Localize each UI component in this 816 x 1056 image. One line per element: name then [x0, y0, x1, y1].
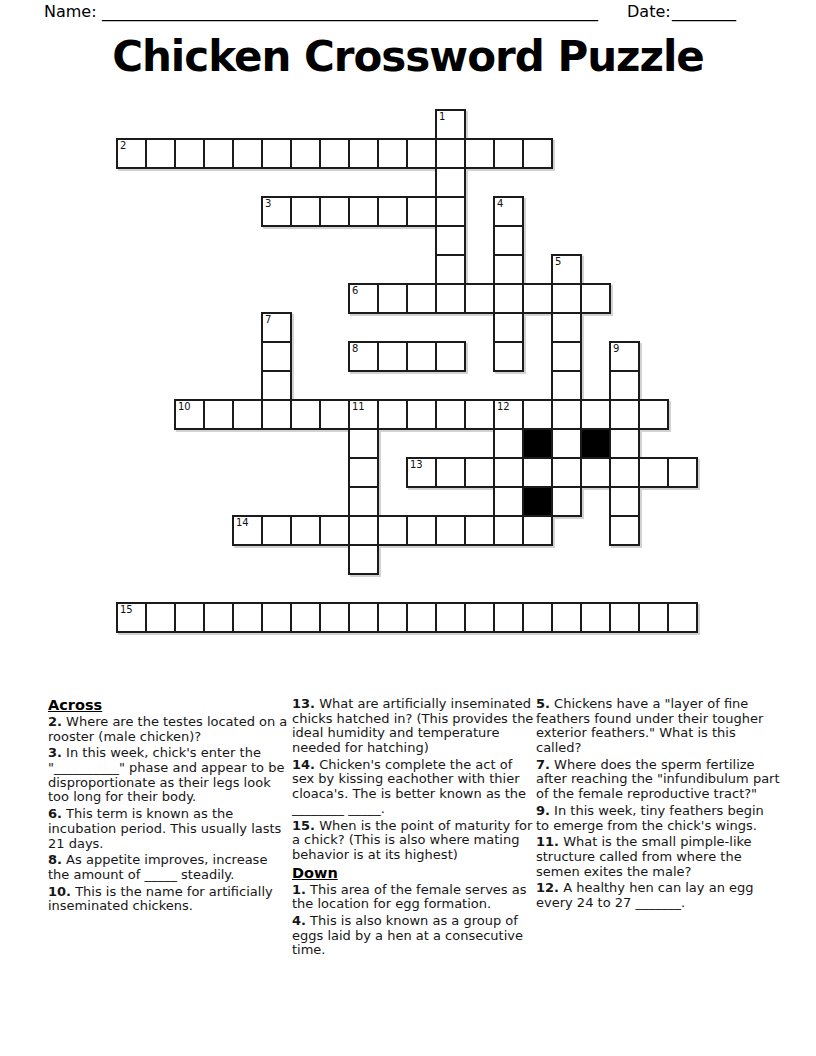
black-cell-r11c14: [522, 428, 553, 459]
cell-r17c7[interactable]: [319, 602, 350, 633]
cell-r10c11[interactable]: [435, 399, 466, 430]
cell-r12c8[interactable]: [348, 457, 379, 488]
crossword-grid: 123456789101112131415: [117, 110, 697, 632]
cell-r8c10[interactable]: [406, 341, 437, 372]
cell-r3c9[interactable]: [377, 196, 408, 227]
cell-r10c12[interactable]: [464, 399, 495, 430]
clue-down-4: 4. This is also known as a group of eggs…: [292, 914, 536, 958]
cell-r14c5[interactable]: [261, 515, 292, 546]
cell-r10c2[interactable]: 10: [174, 399, 205, 430]
clue-down-11: 11. What is the small pimple-like struct…: [536, 835, 780, 879]
cell-r6c12[interactable]: [464, 283, 495, 314]
cell-r17c3[interactable]: [203, 602, 234, 633]
cell-r12c19[interactable]: [667, 457, 698, 488]
clue-number-6: 6: [352, 285, 358, 296]
cell-r8c8[interactable]: 8: [348, 341, 379, 372]
clue-across-8: 8. As appetite improves, increase the am…: [48, 853, 292, 882]
cell-r14c4[interactable]: 14: [232, 515, 263, 546]
clue-number-15: 15: [120, 604, 133, 615]
cell-r1c12[interactable]: [464, 138, 495, 169]
clue-column-2: 13. What are artificially inseminated ch…: [292, 697, 536, 960]
page-title: Chicken Crossword Puzzle: [0, 32, 816, 81]
cell-r10c5[interactable]: [261, 399, 292, 430]
cell-r10c7[interactable]: [319, 399, 350, 430]
cell-r3c6[interactable]: [290, 196, 321, 227]
cell-r1c6[interactable]: [290, 138, 321, 169]
cell-r10c9[interactable]: [377, 399, 408, 430]
cell-r8c5[interactable]: [261, 341, 292, 372]
cell-r14c14[interactable]: [522, 515, 553, 546]
cell-r5c15[interactable]: 5: [551, 254, 582, 285]
cell-r17c1[interactable]: [145, 602, 176, 633]
clue-down-1: 1. This area of the female serves as the…: [292, 883, 536, 912]
cell-r1c8[interactable]: [348, 138, 379, 169]
cell-r14c11[interactable]: [435, 515, 466, 546]
cell-r3c5[interactable]: 3: [261, 196, 292, 227]
clue-number-1: 1: [439, 111, 445, 122]
cell-r1c0[interactable]: 2: [116, 138, 147, 169]
cell-r3c10[interactable]: [406, 196, 437, 227]
clue-column-1: Across2. Where are the testes located on…: [48, 697, 292, 916]
cell-r8c15[interactable]: [551, 341, 582, 372]
cell-r17c0[interactable]: 15: [116, 602, 147, 633]
cell-r1c13[interactable]: [493, 138, 524, 169]
cell-r5c11[interactable]: [435, 254, 466, 285]
cell-r12c17[interactable]: [609, 457, 640, 488]
date-blank-line[interactable]: ________: [672, 2, 736, 21]
cell-r10c10[interactable]: [406, 399, 437, 430]
clue-number-11: 11: [352, 401, 365, 412]
clue-across-10: 10. This is the name for artificially in…: [48, 885, 292, 914]
cell-r6c10[interactable]: [406, 283, 437, 314]
cell-r17c14[interactable]: [522, 602, 553, 633]
cell-r6c15[interactable]: [551, 283, 582, 314]
cell-r17c15[interactable]: [551, 602, 582, 633]
clue-across-2: 2. Where are the testes located on a roo…: [48, 715, 292, 744]
cell-r1c4[interactable]: [232, 138, 263, 169]
clue-across-3: 3. In this week, chick's enter the "____…: [48, 746, 292, 805]
cell-r10c14[interactable]: [522, 399, 553, 430]
cell-r2c11[interactable]: [435, 167, 466, 198]
cell-r12c14[interactable]: [522, 457, 553, 488]
clue-column-3: 5. Chickens have a "layer of fine feathe…: [536, 697, 780, 913]
cell-r17c12[interactable]: [464, 602, 495, 633]
clue-number-12: 12: [497, 401, 510, 412]
cell-r6c9[interactable]: [377, 283, 408, 314]
cell-r1c14[interactable]: [522, 138, 553, 169]
cell-r14c17[interactable]: [609, 515, 640, 546]
cell-r10c6[interactable]: [290, 399, 321, 430]
cell-r1c7[interactable]: [319, 138, 350, 169]
cell-r1c1[interactable]: [145, 138, 176, 169]
cell-r17c13[interactable]: [493, 602, 524, 633]
cell-r6c8[interactable]: 6: [348, 283, 379, 314]
clue-across-13: 13. What are artificially inseminated ch…: [292, 697, 536, 756]
cell-r1c11[interactable]: [435, 138, 466, 169]
cell-r3c8[interactable]: [348, 196, 379, 227]
cell-r0c11[interactable]: 1: [435, 109, 466, 140]
black-cell-r13c14: [522, 486, 553, 517]
cell-r10c16[interactable]: [580, 399, 611, 430]
date-label: Date:: [627, 2, 671, 21]
cell-r17c11[interactable]: [435, 602, 466, 633]
clue-number-14: 14: [236, 517, 249, 528]
cell-r7c15[interactable]: [551, 312, 582, 343]
cell-r6c16[interactable]: [580, 283, 611, 314]
cell-r9c17[interactable]: [609, 370, 640, 401]
cell-r6c14[interactable]: [522, 283, 553, 314]
cell-r12c11[interactable]: [435, 457, 466, 488]
cell-r17c18[interactable]: [638, 602, 669, 633]
cell-r1c5[interactable]: [261, 138, 292, 169]
clue-number-10: 10: [178, 401, 191, 412]
cell-r15c8[interactable]: [348, 544, 379, 575]
cell-r13c13[interactable]: [493, 486, 524, 517]
worksheet-page: Name: __________________________________…: [0, 0, 816, 1056]
cell-r10c17[interactable]: [609, 399, 640, 430]
cell-r14c12[interactable]: [464, 515, 495, 546]
cell-r17c6[interactable]: [290, 602, 321, 633]
cell-r11c13[interactable]: [493, 428, 524, 459]
cell-r13c17[interactable]: [609, 486, 640, 517]
cell-r13c8[interactable]: [348, 486, 379, 517]
cell-r17c10[interactable]: [406, 602, 437, 633]
clue-number-9: 9: [613, 343, 619, 354]
clue-number-2: 2: [120, 140, 126, 151]
cell-r8c9[interactable]: [377, 341, 408, 372]
cell-r11c17[interactable]: [609, 428, 640, 459]
clue-down-12: 12. A healthy hen can lay an egg every 2…: [536, 881, 780, 910]
cell-r14c7[interactable]: [319, 515, 350, 546]
cell-r11c15[interactable]: [551, 428, 582, 459]
cell-r10c8[interactable]: 11: [348, 399, 379, 430]
cell-r3c11[interactable]: [435, 196, 466, 227]
cell-r14c13[interactable]: [493, 515, 524, 546]
cell-r9c15[interactable]: [551, 370, 582, 401]
cell-r17c17[interactable]: [609, 602, 640, 633]
cell-r6c13[interactable]: [493, 283, 524, 314]
cell-r10c4[interactable]: [232, 399, 263, 430]
cell-r17c2[interactable]: [174, 602, 205, 633]
cell-r4c13[interactable]: [493, 225, 524, 256]
cell-r10c18[interactable]: [638, 399, 669, 430]
cell-r1c9[interactable]: [377, 138, 408, 169]
clue-number-4: 4: [497, 198, 503, 209]
clue-number-7: 7: [265, 314, 271, 325]
cell-r14c9[interactable]: [377, 515, 408, 546]
cell-r3c13[interactable]: 4: [493, 196, 524, 227]
cell-r3c7[interactable]: [319, 196, 350, 227]
cell-r10c3[interactable]: [203, 399, 234, 430]
clue-down-7: 7. Where does the sperm fertilize after …: [536, 758, 780, 802]
name-blank-line[interactable]: ________________________________________…: [102, 2, 598, 21]
cell-r17c19[interactable]: [667, 602, 698, 633]
cell-r17c16[interactable]: [580, 602, 611, 633]
cell-r14c8[interactable]: [348, 515, 379, 546]
cell-r1c10[interactable]: [406, 138, 437, 169]
clue-down-5: 5. Chickens have a "layer of fine feathe…: [536, 697, 780, 756]
cell-r1c2[interactable]: [174, 138, 205, 169]
clue-number-13: 13: [410, 459, 423, 470]
cell-r4c11[interactable]: [435, 225, 466, 256]
clue-number-8: 8: [352, 343, 358, 354]
clue-across-15: 15. When is the point of maturity for a …: [292, 819, 536, 863]
name-label: Name:: [44, 2, 97, 21]
cell-r12c12[interactable]: [464, 457, 495, 488]
cell-r12c18[interactable]: [638, 457, 669, 488]
clue-number-5: 5: [555, 256, 561, 267]
cell-r7c5[interactable]: 7: [261, 312, 292, 343]
cell-r14c6[interactable]: [290, 515, 321, 546]
cell-r10c13[interactable]: 12: [493, 399, 524, 430]
cell-r17c8[interactable]: [348, 602, 379, 633]
cell-r6c11[interactable]: [435, 283, 466, 314]
cell-r9c5[interactable]: [261, 370, 292, 401]
clue-number-3: 3: [265, 198, 271, 209]
clue-down-9: 9. In this week, tiny feathers begin to …: [536, 804, 780, 833]
down-header: Down: [292, 865, 536, 881]
cell-r8c17[interactable]: 9: [609, 341, 640, 372]
clue-across-6: 6. This term is known as the incubation …: [48, 807, 292, 851]
cell-r7c13[interactable]: [493, 312, 524, 343]
cell-r11c8[interactable]: [348, 428, 379, 459]
clue-across-14: 14. Chicken's complete the act of sex by…: [292, 758, 536, 817]
cell-r12c10[interactable]: 13: [406, 457, 437, 488]
cell-r12c15[interactable]: [551, 457, 582, 488]
cell-r17c5[interactable]: [261, 602, 292, 633]
cell-r5c13[interactable]: [493, 254, 524, 285]
cell-r10c15[interactable]: [551, 399, 582, 430]
cell-r12c16[interactable]: [580, 457, 611, 488]
cell-r17c4[interactable]: [232, 602, 263, 633]
black-cell-r11c16: [580, 428, 611, 459]
cell-r1c3[interactable]: [203, 138, 234, 169]
cell-r8c11[interactable]: [435, 341, 466, 372]
cell-r17c9[interactable]: [377, 602, 408, 633]
cell-r12c13[interactable]: [493, 457, 524, 488]
across-header: Across: [48, 697, 292, 713]
cell-r14c10[interactable]: [406, 515, 437, 546]
cell-r13c15[interactable]: [551, 486, 582, 517]
cell-r8c13[interactable]: [493, 341, 524, 372]
